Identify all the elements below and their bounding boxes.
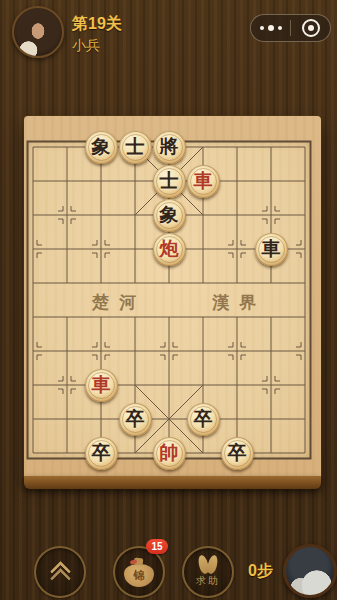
chevron-up-icon — [49, 563, 71, 581]
piece-character: 將 — [160, 137, 179, 156]
opponent-avatar — [283, 544, 337, 598]
xiangqi-board: 楚河 漢界 象士將士車象炮車車卒卒卒帥卒 — [24, 116, 321, 476]
capsule-target-icon — [302, 19, 320, 37]
exit-button[interactable] — [291, 15, 330, 41]
river-label-right: 漢界 — [212, 291, 266, 314]
xiangqi-piece[interactable]: 車 — [255, 233, 288, 266]
move-counter: 0步 — [248, 561, 273, 582]
piece-character: 象 — [92, 137, 111, 156]
piece-character: 卒 — [126, 409, 145, 428]
piece-character: 車 — [262, 239, 281, 258]
xiangqi-piece[interactable]: 炮 — [153, 233, 186, 266]
level-title: 第19关 — [72, 14, 122, 35]
player-rank-label: 小兵 — [72, 37, 100, 55]
praying-hands-icon — [196, 555, 220, 575]
piece-character: 象 — [160, 205, 179, 224]
xiangqi-piece[interactable]: 帥 — [153, 437, 186, 470]
piece-character: 士 — [126, 137, 145, 156]
piece-character: 帥 — [160, 443, 179, 462]
piece-character: 炮 — [160, 239, 179, 258]
piece-character: 士 — [160, 171, 179, 190]
more-dots-icon — [268, 25, 274, 31]
xiangqi-piece[interactable]: 卒 — [85, 437, 118, 470]
xiangqi-piece[interactable]: 卒 — [221, 437, 254, 470]
piece-character: 卒 — [228, 443, 247, 462]
xiangqi-piece[interactable]: 車 — [187, 165, 220, 198]
xiangqi-piece[interactable]: 卒 — [187, 403, 220, 436]
bag-count-badge: 15 — [146, 539, 168, 554]
app-screen: 第19关 小兵 楚河 漢界 象士將士車象炮車車卒卒卒帥卒 锦 15 求助 0步 — [0, 0, 337, 600]
river-label-left: 楚河 — [92, 291, 146, 314]
piece-character: 車 — [194, 171, 213, 190]
help-label: 求助 — [184, 574, 232, 588]
xiangqi-piece[interactable]: 象 — [85, 131, 118, 164]
expand-menu-button[interactable] — [34, 546, 86, 598]
piece-character: 卒 — [92, 443, 111, 462]
xiangqi-piece[interactable]: 士 — [119, 131, 152, 164]
player-avatar — [12, 6, 64, 58]
more-dots-icon — [260, 26, 264, 30]
piece-character: 車 — [92, 375, 111, 394]
more-dots-icon — [278, 26, 282, 30]
xiangqi-piece[interactable]: 象 — [153, 199, 186, 232]
brocade-bag-icon: 锦 — [124, 564, 154, 587]
piece-character: 卒 — [194, 409, 213, 428]
miniprogram-capsule — [250, 14, 331, 42]
board-edge — [24, 476, 321, 489]
more-button[interactable] — [251, 15, 290, 41]
xiangqi-piece[interactable]: 車 — [85, 369, 118, 402]
xiangqi-piece[interactable]: 士 — [153, 165, 186, 198]
ask-help-button[interactable]: 求助 — [182, 546, 234, 598]
xiangqi-piece[interactable]: 將 — [153, 131, 186, 164]
xiangqi-piece[interactable]: 卒 — [119, 403, 152, 436]
